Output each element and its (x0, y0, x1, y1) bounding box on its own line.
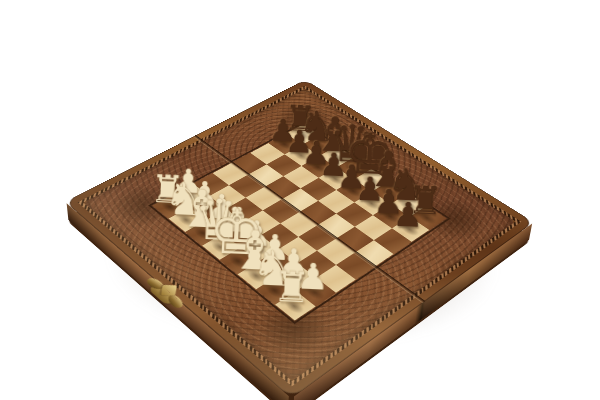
piece-glyph: ♜ (273, 265, 312, 309)
chess-box: ♜♞♝♛♚♝♞♜♟♟♟♟♟♟♟♟♟♟♟♟♟♟♟♟♜♞♝♛♚♝♞♜ (65, 80, 534, 399)
camera-perspective: ♜♞♝♛♚♝♞♜♟♟♟♟♟♟♟♟♟♟♟♟♟♟♟♟♜♞♝♛♚♝♞♜ (0, 0, 600, 400)
piece-glyph: ♟ (392, 197, 424, 232)
product-photo-scene: ♜♞♝♛♚♝♞♜♟♟♟♟♟♟♟♟♟♟♟♟♟♟♟♟♜♞♝♛♚♝♞♜ (0, 0, 600, 400)
